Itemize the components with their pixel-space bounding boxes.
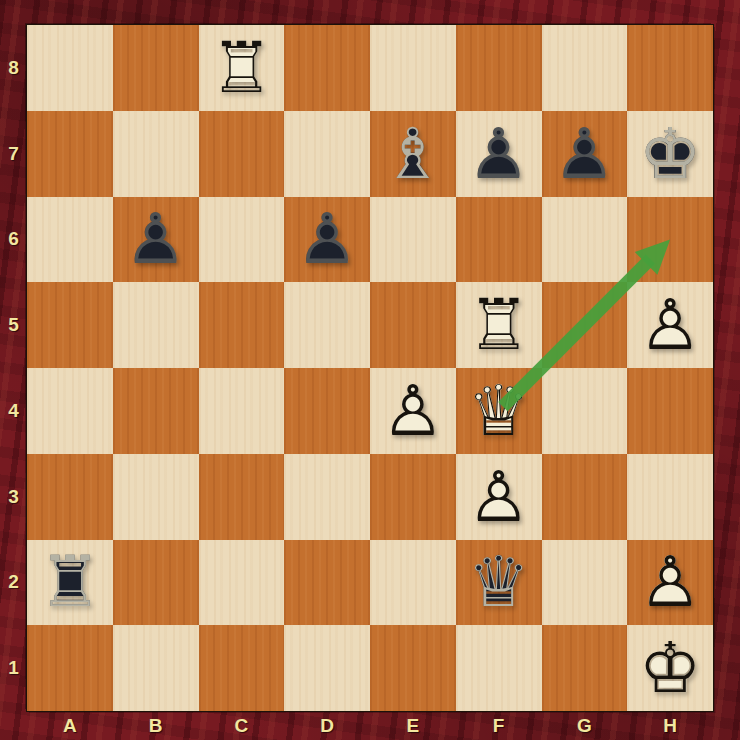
board-grid: ♜♖♝♗♟♙♟♙♚♔♟♙♟♙♜♖♟♙♟♙♛♕♟♙♜♖♛♕♟♙♚♔ bbox=[27, 25, 713, 711]
square-h7[interactable]: ♚♔ bbox=[627, 111, 713, 197]
square-h4[interactable] bbox=[627, 368, 713, 454]
square-g1[interactable] bbox=[542, 625, 628, 711]
piece-white-king-h1[interactable]: ♚♔ bbox=[627, 625, 713, 711]
square-h3[interactable] bbox=[627, 454, 713, 540]
piece-white-pawn-e4[interactable]: ♟♙ bbox=[370, 368, 456, 454]
rank-label-8: 8 bbox=[0, 25, 27, 111]
square-a6[interactable] bbox=[27, 197, 113, 283]
piece-black-pawn-g7[interactable]: ♟♙ bbox=[542, 111, 628, 197]
square-g4[interactable] bbox=[542, 368, 628, 454]
piece-outline-glyph: ♖ bbox=[199, 25, 285, 111]
piece-outline-glyph: ♔ bbox=[627, 111, 713, 197]
file-label-d: D bbox=[284, 711, 370, 740]
square-f6[interactable] bbox=[456, 197, 542, 283]
file-label-e: E bbox=[370, 711, 456, 740]
piece-black-pawn-d6[interactable]: ♟♙ bbox=[284, 197, 370, 283]
square-h2[interactable]: ♟♙ bbox=[627, 540, 713, 626]
square-f4[interactable]: ♛♕ bbox=[456, 368, 542, 454]
piece-outline-glyph: ♕ bbox=[456, 540, 542, 626]
file-label-a: A bbox=[27, 711, 113, 740]
piece-white-rook-f5[interactable]: ♜♖ bbox=[456, 282, 542, 368]
square-d3[interactable] bbox=[284, 454, 370, 540]
square-a8[interactable] bbox=[27, 25, 113, 111]
square-h6[interactable] bbox=[627, 197, 713, 283]
square-b6[interactable]: ♟♙ bbox=[113, 197, 199, 283]
rank-label-1: 1 bbox=[0, 625, 27, 711]
rank-label-3: 3 bbox=[0, 454, 27, 540]
piece-outline-glyph: ♗ bbox=[370, 111, 456, 197]
file-labels: ABCDEFGH bbox=[27, 711, 713, 740]
square-b2[interactable] bbox=[113, 540, 199, 626]
square-c8[interactable]: ♜♖ bbox=[199, 25, 285, 111]
piece-black-bishop-e7[interactable]: ♝♗ bbox=[370, 111, 456, 197]
square-a5[interactable] bbox=[27, 282, 113, 368]
rank-label-6: 6 bbox=[0, 197, 27, 283]
square-f2[interactable]: ♛♕ bbox=[456, 540, 542, 626]
square-e2[interactable] bbox=[370, 540, 456, 626]
piece-outline-glyph: ♕ bbox=[456, 368, 542, 454]
square-d7[interactable] bbox=[284, 111, 370, 197]
square-e3[interactable] bbox=[370, 454, 456, 540]
square-h8[interactable] bbox=[627, 25, 713, 111]
piece-outline-glyph: ♙ bbox=[370, 368, 456, 454]
square-d8[interactable] bbox=[284, 25, 370, 111]
square-c6[interactable] bbox=[199, 197, 285, 283]
piece-outline-glyph: ♔ bbox=[627, 625, 713, 711]
file-label-c: C bbox=[199, 711, 285, 740]
square-c2[interactable] bbox=[199, 540, 285, 626]
piece-black-pawn-f7[interactable]: ♟♙ bbox=[456, 111, 542, 197]
file-label-b: B bbox=[113, 711, 199, 740]
rank-labels: 87654321 bbox=[0, 25, 27, 711]
piece-white-queen-f4[interactable]: ♛♕ bbox=[456, 368, 542, 454]
piece-black-queen-f2[interactable]: ♛♕ bbox=[456, 540, 542, 626]
file-label-f: F bbox=[456, 711, 542, 740]
piece-white-pawn-f3[interactable]: ♟♙ bbox=[456, 454, 542, 540]
chess-board-frame: ♜♖♝♗♟♙♟♙♚♔♟♙♟♙♜♖♟♙♟♙♛♕♟♙♜♖♛♕♟♙♚♔ 8765432… bbox=[0, 0, 740, 740]
square-g7[interactable]: ♟♙ bbox=[542, 111, 628, 197]
square-c1[interactable] bbox=[199, 625, 285, 711]
file-label-g: G bbox=[542, 711, 628, 740]
square-f1[interactable] bbox=[456, 625, 542, 711]
square-c5[interactable] bbox=[199, 282, 285, 368]
square-b8[interactable] bbox=[113, 25, 199, 111]
square-e4[interactable]: ♟♙ bbox=[370, 368, 456, 454]
piece-outline-glyph: ♖ bbox=[27, 540, 113, 626]
piece-outline-glyph: ♙ bbox=[284, 197, 370, 283]
square-f7[interactable]: ♟♙ bbox=[456, 111, 542, 197]
square-b1[interactable] bbox=[113, 625, 199, 711]
square-g2[interactable] bbox=[542, 540, 628, 626]
rank-label-2: 2 bbox=[0, 540, 27, 626]
square-g5[interactable] bbox=[542, 282, 628, 368]
piece-white-rook-c8[interactable]: ♜♖ bbox=[199, 25, 285, 111]
square-b7[interactable] bbox=[113, 111, 199, 197]
square-c3[interactable] bbox=[199, 454, 285, 540]
square-e8[interactable] bbox=[370, 25, 456, 111]
square-a3[interactable] bbox=[27, 454, 113, 540]
piece-white-pawn-h2[interactable]: ♟♙ bbox=[627, 540, 713, 626]
square-d2[interactable] bbox=[284, 540, 370, 626]
square-d4[interactable] bbox=[284, 368, 370, 454]
square-c7[interactable] bbox=[199, 111, 285, 197]
rank-label-7: 7 bbox=[0, 111, 27, 197]
piece-outline-glyph: ♙ bbox=[627, 540, 713, 626]
square-a4[interactable] bbox=[27, 368, 113, 454]
piece-white-pawn-h5[interactable]: ♟♙ bbox=[627, 282, 713, 368]
square-d1[interactable] bbox=[284, 625, 370, 711]
square-e5[interactable] bbox=[370, 282, 456, 368]
piece-black-rook-a2[interactable]: ♜♖ bbox=[27, 540, 113, 626]
square-d6[interactable]: ♟♙ bbox=[284, 197, 370, 283]
square-f3[interactable]: ♟♙ bbox=[456, 454, 542, 540]
square-d5[interactable] bbox=[284, 282, 370, 368]
square-h1[interactable]: ♚♔ bbox=[627, 625, 713, 711]
rank-label-5: 5 bbox=[0, 282, 27, 368]
piece-outline-glyph: ♙ bbox=[456, 454, 542, 540]
piece-outline-glyph: ♖ bbox=[456, 282, 542, 368]
square-a7[interactable] bbox=[27, 111, 113, 197]
rank-label-4: 4 bbox=[0, 368, 27, 454]
square-e6[interactable] bbox=[370, 197, 456, 283]
square-e7[interactable]: ♝♗ bbox=[370, 111, 456, 197]
piece-outline-glyph: ♙ bbox=[542, 111, 628, 197]
square-b3[interactable] bbox=[113, 454, 199, 540]
file-label-h: H bbox=[627, 711, 713, 740]
square-b5[interactable] bbox=[113, 282, 199, 368]
square-a1[interactable] bbox=[27, 625, 113, 711]
square-g6[interactable] bbox=[542, 197, 628, 283]
square-a2[interactable]: ♜♖ bbox=[27, 540, 113, 626]
piece-outline-glyph: ♙ bbox=[113, 197, 199, 283]
piece-outline-glyph: ♙ bbox=[456, 111, 542, 197]
piece-black-king-h7[interactable]: ♚♔ bbox=[627, 111, 713, 197]
square-b4[interactable] bbox=[113, 368, 199, 454]
square-c4[interactable] bbox=[199, 368, 285, 454]
square-e1[interactable] bbox=[370, 625, 456, 711]
square-h5[interactable]: ♟♙ bbox=[627, 282, 713, 368]
square-f8[interactable] bbox=[456, 25, 542, 111]
square-g3[interactable] bbox=[542, 454, 628, 540]
piece-black-pawn-b6[interactable]: ♟♙ bbox=[113, 197, 199, 283]
square-g8[interactable] bbox=[542, 25, 628, 111]
piece-outline-glyph: ♙ bbox=[627, 282, 713, 368]
square-f5[interactable]: ♜♖ bbox=[456, 282, 542, 368]
